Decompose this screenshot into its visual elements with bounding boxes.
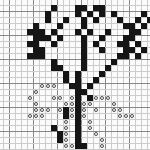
stitch-cell-circle: [94, 96, 98, 100]
stitch-cell-black: [45, 17, 51, 23]
stitch-cell-circle: [100, 138, 104, 142]
grid-line-vertical: [105, 0, 106, 150]
stitch-cell-black: [135, 53, 141, 59]
stitch-cell-black: [87, 95, 93, 101]
stitch-cell-circle: [82, 114, 86, 118]
stitch-cell-circle: [106, 96, 110, 100]
stitch-cell-black: [39, 53, 45, 59]
grid-line-vertical: [15, 0, 16, 150]
stitch-cell-black: [57, 23, 63, 29]
grid-line-horizontal: [0, 59, 150, 60]
stitch-cell-circle: [100, 144, 104, 148]
grid-line-vertical: [27, 0, 28, 150]
stitch-cell-black: [63, 17, 69, 23]
grid-line-vertical: [39, 0, 40, 150]
grid-line-vertical: [9, 0, 10, 150]
stitch-cell-circle: [64, 102, 68, 106]
stitch-cell-circle: [88, 126, 92, 130]
grid-line-horizontal: [0, 65, 150, 66]
stitch-cell-circle: [28, 96, 32, 100]
stitch-cell-black: [51, 41, 57, 47]
stitch-cell-circle: [34, 108, 38, 112]
stitch-cell-black: [147, 17, 150, 23]
stitch-cell-black: [105, 65, 111, 71]
stitch-cell-circle: [64, 120, 68, 124]
stitch-cell-circle: [52, 84, 56, 88]
stitch-cell-black: [111, 59, 117, 65]
stitch-cell-circle: [70, 114, 74, 118]
stitch-cell-black: [93, 17, 99, 23]
stitch-cell-circle: [70, 96, 74, 100]
stitch-cell-circle: [70, 102, 74, 106]
stitch-cell-black: [99, 47, 105, 53]
stitch-cell-circle: [118, 108, 122, 112]
stitch-cell-circle: [64, 126, 68, 130]
stitch-cell-circle: [64, 132, 68, 136]
stitch-cell-black: [123, 53, 129, 59]
stitch-cell-black: [141, 47, 147, 53]
stitch-cell-circle: [118, 114, 122, 118]
stitch-cell-circle: [70, 144, 74, 148]
stitch-cell-black: [99, 71, 105, 77]
stitch-cell-circle: [28, 114, 32, 118]
stitch-cell-circle: [112, 108, 116, 112]
stitch-cell-circle: [82, 102, 86, 106]
stitch-cell-circle: [88, 102, 92, 106]
stitch-cell-circle: [40, 114, 44, 118]
grid-line-vertical: [69, 0, 70, 150]
stitch-cell-black: [99, 35, 105, 41]
grid-line-horizontal: [0, 149, 150, 150]
stitch-cell-circle: [124, 114, 128, 118]
stitch-cell-circle: [64, 138, 68, 142]
stitch-cell-black: [99, 11, 105, 17]
stitch-cell-black: [57, 35, 63, 41]
stitch-cell-black: [63, 113, 69, 119]
grid-line-horizontal: [0, 17, 150, 18]
stitch-cell-circle: [58, 96, 62, 100]
stitch-cell-circle: [112, 102, 116, 106]
stitch-cell-black: [81, 143, 87, 149]
stitch-cell-circle: [46, 108, 50, 112]
stitch-cell-black: [87, 29, 93, 35]
stitch-cell-circle: [46, 84, 50, 88]
grid-line-vertical: [111, 0, 112, 150]
stitch-cell-black: [105, 29, 111, 35]
stitch-cell-circle: [70, 108, 74, 112]
stitch-cell-circle: [34, 102, 38, 106]
stitch-cell-circle: [64, 144, 68, 148]
stitch-cell-black: [57, 137, 63, 143]
stitch-cell-circle: [88, 120, 92, 124]
stitch-cell-circle: [34, 90, 38, 94]
stitch-cell-black: [93, 77, 99, 83]
stitch-cell-circle: [94, 132, 98, 136]
stitch-cell-black: [135, 29, 141, 35]
grid-line-vertical: [3, 0, 4, 150]
stitch-cell-black: [87, 83, 93, 89]
stitch-cell-circle: [94, 108, 98, 112]
stitch-cell-circle: [40, 108, 44, 112]
stitch-cell-circle: [52, 96, 56, 100]
stitch-cell-black: [81, 65, 87, 71]
stitch-cell-circle: [40, 84, 44, 88]
stitch-cell-black: [141, 23, 147, 29]
cross-stitch-pattern-grid: [0, 0, 150, 150]
stitch-cell-circle: [130, 114, 134, 118]
stitch-cell-black: [51, 5, 57, 11]
grid-line-vertical: [21, 0, 22, 150]
stitch-cell-circle: [82, 108, 86, 112]
stitch-cell-circle: [58, 108, 62, 112]
stitch-cell-circle: [100, 96, 104, 100]
stitch-cell-circle: [34, 114, 38, 118]
